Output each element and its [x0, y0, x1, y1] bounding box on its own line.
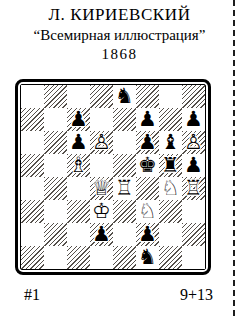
square-f2: ♟ — [136, 223, 159, 246]
square-d8 — [90, 85, 113, 108]
piece-black-pawn: ♟ — [184, 154, 203, 177]
square-b8 — [44, 85, 67, 108]
piece-white-queen: ♕ — [92, 177, 111, 200]
piece-black-pawn: ♟ — [138, 223, 157, 246]
square-f7: ♟ — [136, 108, 159, 131]
square-d5 — [90, 154, 113, 177]
square-c7: ♟ — [67, 108, 90, 131]
square-e8: ♞ — [113, 85, 136, 108]
square-f6: ♟ — [136, 131, 159, 154]
piece-black-knight: ♞ — [138, 246, 157, 269]
square-a7 — [21, 108, 44, 131]
square-f1: ♞ — [136, 246, 159, 269]
square-g1 — [159, 246, 182, 269]
square-g4: ♘ — [159, 177, 182, 200]
piece-black-bishop: ♝ — [161, 131, 180, 154]
square-b3 — [44, 200, 67, 223]
source-publication: “Всемирная иллюстрация” — [0, 27, 239, 44]
square-h8 — [182, 85, 205, 108]
piece-white-pawn: ♙ — [184, 131, 203, 154]
square-g5: ♜ — [159, 154, 182, 177]
square-a3 — [21, 200, 44, 223]
square-a6 — [21, 131, 44, 154]
piece-black-rook: ♜ — [161, 154, 180, 177]
square-c8 — [67, 85, 90, 108]
material-count: 9+13 — [180, 286, 213, 304]
stipulation: #1 — [24, 286, 40, 304]
square-g7 — [159, 108, 182, 131]
square-a2 — [21, 223, 44, 246]
square-b4 — [44, 177, 67, 200]
square-a4 — [21, 177, 44, 200]
publication-year: 1868 — [0, 46, 239, 63]
square-c2 — [67, 223, 90, 246]
square-d4: ♕ — [90, 177, 113, 200]
square-a1 — [21, 246, 44, 269]
square-c4 — [67, 177, 90, 200]
square-c1 — [67, 246, 90, 269]
square-c6: ♟ — [67, 131, 90, 154]
caption-row: #1 9+13 — [24, 286, 213, 304]
piece-black-pawn: ♟ — [138, 131, 157, 154]
square-h4: ♖ — [182, 177, 205, 200]
square-b1 — [44, 246, 67, 269]
square-b5 — [44, 154, 67, 177]
square-d3: ♔ — [90, 200, 113, 223]
square-g3 — [159, 200, 182, 223]
piece-black-knight: ♞ — [115, 85, 134, 108]
piece-white-knight: ♘ — [161, 177, 180, 200]
square-e1 — [113, 246, 136, 269]
piece-white-king: ♔ — [92, 200, 111, 223]
square-a5 — [21, 154, 44, 177]
piece-black-pawn: ♟ — [92, 223, 111, 246]
square-a8 — [21, 85, 44, 108]
square-b7 — [44, 108, 67, 131]
square-h2 — [182, 223, 205, 246]
square-h7: ♟ — [182, 108, 205, 131]
piece-white-rook: ♖ — [115, 177, 134, 200]
piece-black-pawn: ♟ — [184, 108, 203, 131]
chess-problem-page: Л. КИРИЕВСКИЙ “Всемирная иллюстрация” 18… — [0, 0, 239, 316]
square-h1 — [182, 246, 205, 269]
square-h6: ♙ — [182, 131, 205, 154]
square-d2: ♟ — [90, 223, 113, 246]
square-e6 — [113, 131, 136, 154]
square-f8 — [136, 85, 159, 108]
chess-board-grid: ♞♟♟♟♟♙♟♝♙♗♚♜♟♕♖♘♖♔♘♟♟♞ — [20, 84, 206, 270]
square-g8 — [159, 85, 182, 108]
square-e5 — [113, 154, 136, 177]
square-c5: ♗ — [67, 154, 90, 177]
piece-black-pawn: ♟ — [69, 131, 88, 154]
square-f3: ♘ — [136, 200, 159, 223]
square-f4 — [136, 177, 159, 200]
square-c3 — [67, 200, 90, 223]
square-e3 — [113, 200, 136, 223]
piece-white-bishop: ♗ — [69, 154, 88, 177]
square-g6: ♝ — [159, 131, 182, 154]
piece-white-rook: ♖ — [184, 177, 203, 200]
square-d6: ♙ — [90, 131, 113, 154]
square-b6 — [44, 131, 67, 154]
piece-black-pawn: ♟ — [69, 108, 88, 131]
square-d1 — [90, 246, 113, 269]
square-d7 — [90, 108, 113, 131]
piece-black-king: ♚ — [138, 154, 157, 177]
piece-black-pawn: ♟ — [138, 108, 157, 131]
composer-name: Л. КИРИЕВСКИЙ — [0, 5, 239, 25]
square-h3 — [182, 200, 205, 223]
square-h5: ♟ — [182, 154, 205, 177]
square-e4: ♖ — [113, 177, 136, 200]
square-g2 — [159, 223, 182, 246]
piece-white-pawn: ♙ — [92, 131, 111, 154]
chess-board: ♞♟♟♟♟♙♟♝♙♗♚♜♟♕♖♘♖♔♘♟♟♞ — [15, 79, 211, 275]
square-f5: ♚ — [136, 154, 159, 177]
square-e7 — [113, 108, 136, 131]
piece-white-knight: ♘ — [138, 200, 157, 223]
square-b2 — [44, 223, 67, 246]
square-e2 — [113, 223, 136, 246]
page-crop-mark — [233, 0, 235, 316]
